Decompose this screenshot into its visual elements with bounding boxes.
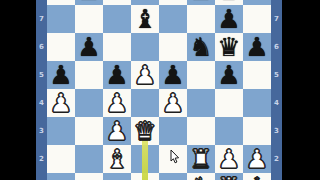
rank-label-7-left: 7 bbox=[36, 14, 47, 24]
piece-white-rook-g1[interactable]: ♜ bbox=[215, 173, 243, 180]
square-e6[interactable] bbox=[159, 33, 187, 61]
piece-black-pawn-g5[interactable]: ♟ bbox=[215, 61, 243, 89]
chess-board: ♜♜♚♝♟♟♞♛♟♟♟♟♟♟♟♟♟♟♛♝♜♟♟♞♜♚ bbox=[47, 0, 271, 180]
square-c1[interactable] bbox=[103, 173, 131, 180]
square-e3[interactable] bbox=[159, 117, 187, 145]
square-h5[interactable] bbox=[243, 61, 271, 89]
square-f7[interactable] bbox=[187, 5, 215, 33]
square-c7[interactable] bbox=[103, 5, 131, 33]
square-a6[interactable] bbox=[47, 33, 75, 61]
square-b4[interactable] bbox=[75, 89, 103, 117]
rank-label-5-left: 5 bbox=[36, 70, 47, 80]
piece-black-pawn-e5[interactable]: ♟ bbox=[159, 61, 187, 89]
piece-black-pawn-g7[interactable]: ♟ bbox=[215, 5, 243, 33]
square-f3[interactable] bbox=[187, 117, 215, 145]
square-a2[interactable] bbox=[47, 145, 75, 173]
piece-white-pawn-e4[interactable]: ♟ bbox=[159, 89, 187, 117]
piece-white-pawn-d5[interactable]: ♟ bbox=[131, 61, 159, 89]
square-b1[interactable] bbox=[75, 173, 103, 180]
square-h4[interactable] bbox=[243, 89, 271, 117]
square-g3[interactable] bbox=[215, 117, 243, 145]
square-a1[interactable] bbox=[47, 173, 75, 180]
piece-white-king-h1[interactable]: ♚ bbox=[243, 173, 271, 180]
piece-black-rook-b8[interactable]: ♜ bbox=[75, 0, 103, 5]
piece-white-pawn-c4[interactable]: ♟ bbox=[103, 89, 131, 117]
square-d6[interactable] bbox=[131, 33, 159, 61]
piece-white-queen-d3[interactable]: ♛ bbox=[131, 117, 159, 145]
square-f5[interactable] bbox=[187, 61, 215, 89]
piece-black-rook-f8[interactable]: ♜ bbox=[187, 0, 215, 5]
square-a3[interactable] bbox=[47, 117, 75, 145]
piece-white-rook-f2[interactable]: ♜ bbox=[187, 145, 215, 173]
square-f4[interactable] bbox=[187, 89, 215, 117]
mouse-cursor bbox=[170, 150, 180, 164]
rank-label-3-right: 3 bbox=[271, 126, 282, 136]
square-b7[interactable] bbox=[75, 5, 103, 33]
piece-black-pawn-a5[interactable]: ♟ bbox=[47, 61, 75, 89]
piece-white-pawn-c3[interactable]: ♟ bbox=[103, 117, 131, 145]
square-h7[interactable] bbox=[243, 5, 271, 33]
board-frame-left: 87654321 bbox=[36, 0, 47, 180]
square-b3[interactable] bbox=[75, 117, 103, 145]
piece-black-bishop-d7[interactable]: ♝ bbox=[131, 5, 159, 33]
piece-black-pawn-h6[interactable]: ♟ bbox=[243, 33, 271, 61]
piece-white-pawn-a4[interactable]: ♟ bbox=[47, 89, 75, 117]
piece-white-bishop-c2[interactable]: ♝ bbox=[103, 145, 131, 173]
piece-black-queen-g6[interactable]: ♛ bbox=[215, 33, 243, 61]
square-g4[interactable] bbox=[215, 89, 243, 117]
square-a7[interactable] bbox=[47, 5, 75, 33]
piece-black-pawn-c5[interactable]: ♟ bbox=[103, 61, 131, 89]
piece-white-pawn-g2[interactable]: ♟ bbox=[215, 145, 243, 173]
square-h3[interactable] bbox=[243, 117, 271, 145]
rank-label-6-right: 6 bbox=[271, 42, 282, 52]
piece-black-pawn-b6[interactable]: ♟ bbox=[75, 33, 103, 61]
square-c6[interactable] bbox=[103, 33, 131, 61]
board-frame-right: 87654321 bbox=[271, 0, 282, 180]
square-e1[interactable] bbox=[159, 173, 187, 180]
rank-label-6-left: 6 bbox=[36, 42, 47, 52]
piece-black-knight-f6[interactable]: ♞ bbox=[187, 33, 215, 61]
piece-white-pawn-h2[interactable]: ♟ bbox=[243, 145, 271, 173]
piece-white-knight-f1[interactable]: ♞ bbox=[187, 173, 215, 180]
chess-diagram: ♜♜♚♝♟♟♞♛♟♟♟♟♟♟♟♟♟♟♛♝♜♟♟♞♜♚ 87654321 8765… bbox=[0, 0, 320, 180]
rank-label-4-left: 4 bbox=[36, 98, 47, 108]
square-e7[interactable] bbox=[159, 5, 187, 33]
rank-label-4-right: 4 bbox=[271, 98, 282, 108]
square-b2[interactable] bbox=[75, 145, 103, 173]
rank-label-5-right: 5 bbox=[271, 70, 282, 80]
rank-label-2-left: 2 bbox=[36, 154, 47, 164]
rank-label-3-left: 3 bbox=[36, 126, 47, 136]
rank-label-2-right: 2 bbox=[271, 154, 282, 164]
rank-label-7-right: 7 bbox=[271, 14, 282, 24]
square-d4[interactable] bbox=[131, 89, 159, 117]
square-b5[interactable] bbox=[75, 61, 103, 89]
